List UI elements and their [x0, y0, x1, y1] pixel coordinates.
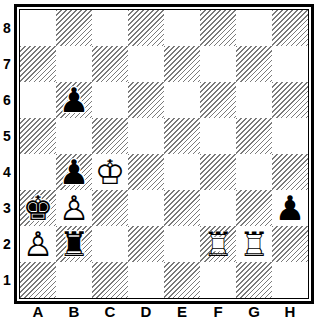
square-g8[interactable] [236, 10, 272, 46]
square-a5[interactable] [20, 118, 56, 154]
piece-black-pawn-b4: ♟♟ [56, 154, 92, 190]
square-b4[interactable]: ♟♟ [56, 154, 92, 190]
square-f7[interactable] [200, 46, 236, 82]
square-c4[interactable]: ♚♔ [92, 154, 128, 190]
piece-glyph-face: ♙ [56, 190, 92, 226]
rank-label-4: 4 [0, 154, 14, 190]
square-c2[interactable] [92, 226, 128, 262]
square-h8[interactable] [272, 10, 308, 46]
square-f2[interactable]: ♜♖ [200, 226, 236, 262]
square-g7[interactable] [236, 46, 272, 82]
square-a7[interactable] [20, 46, 56, 82]
square-g6[interactable] [236, 82, 272, 118]
square-e1[interactable] [164, 262, 200, 298]
file-label-h: H [272, 304, 308, 320]
rank-label-2: 2 [0, 226, 14, 262]
square-a2[interactable]: ♟♙ [20, 226, 56, 262]
square-b5[interactable] [56, 118, 92, 154]
square-d2[interactable] [128, 226, 164, 262]
board-inner-border: ♟♟♟♟♚♔♚♚♟♙♟♟♟♙♜♜♜♖♜♖ [19, 9, 309, 299]
square-c1[interactable] [92, 262, 128, 298]
file-label-c: C [92, 304, 128, 320]
square-b3[interactable]: ♟♙ [56, 190, 92, 226]
square-f1[interactable] [200, 262, 236, 298]
file-label-e: E [164, 304, 200, 320]
piece-black-pawn-b6: ♟♟ [56, 82, 92, 118]
square-c8[interactable] [92, 10, 128, 46]
piece-glyph-face: ♙ [20, 226, 56, 262]
chess-diagram: 87654321 ♟♟♟♟♚♔♚♚♟♙♟♟♟♙♜♜♜♖♜♖ ABCDEFGH [0, 0, 314, 320]
square-g5[interactable] [236, 118, 272, 154]
square-f8[interactable] [200, 10, 236, 46]
chess-board: ♟♟♟♟♚♔♚♚♟♙♟♟♟♙♜♜♜♖♜♖ [20, 10, 308, 298]
square-e2[interactable] [164, 226, 200, 262]
square-h7[interactable] [272, 46, 308, 82]
square-c3[interactable] [92, 190, 128, 226]
rank-labels: 87654321 [0, 4, 14, 298]
square-e4[interactable] [164, 154, 200, 190]
square-b1[interactable] [56, 262, 92, 298]
square-e3[interactable] [164, 190, 200, 226]
board-row: 87654321 ♟♟♟♟♚♔♚♚♟♙♟♟♟♙♜♜♜♖♜♖ [0, 4, 314, 304]
square-a3[interactable]: ♚♚ [20, 190, 56, 226]
square-c6[interactable] [92, 82, 128, 118]
square-h6[interactable] [272, 82, 308, 118]
square-e6[interactable] [164, 82, 200, 118]
piece-black-pawn-h3: ♟♟ [272, 190, 308, 226]
square-f5[interactable] [200, 118, 236, 154]
file-label-b: B [56, 304, 92, 320]
square-b7[interactable] [56, 46, 92, 82]
file-label-a: A [20, 304, 56, 320]
square-b2[interactable]: ♜♜ [56, 226, 92, 262]
piece-glyph-face: ♖ [200, 226, 236, 262]
piece-glyph-face: ♟ [272, 190, 308, 226]
piece-white-rook-f2: ♜♖ [200, 226, 236, 262]
square-h1[interactable] [272, 262, 308, 298]
square-d5[interactable] [128, 118, 164, 154]
square-a8[interactable] [20, 10, 56, 46]
square-c7[interactable] [92, 46, 128, 82]
piece-white-king-c4: ♚♔ [92, 154, 128, 190]
square-d4[interactable] [128, 154, 164, 190]
square-h5[interactable] [272, 118, 308, 154]
square-h4[interactable] [272, 154, 308, 190]
square-f6[interactable] [200, 82, 236, 118]
square-b6[interactable]: ♟♟ [56, 82, 92, 118]
square-f3[interactable] [200, 190, 236, 226]
file-labels: ABCDEFGH [20, 304, 314, 320]
rank-label-3: 3 [0, 190, 14, 226]
piece-white-pawn-b3: ♟♙ [56, 190, 92, 226]
square-h2[interactable] [272, 226, 308, 262]
square-d6[interactable] [128, 82, 164, 118]
square-g2[interactable]: ♜♖ [236, 226, 272, 262]
square-d8[interactable] [128, 10, 164, 46]
square-g3[interactable] [236, 190, 272, 226]
piece-white-rook-g2: ♜♖ [236, 226, 272, 262]
square-e5[interactable] [164, 118, 200, 154]
piece-glyph-face: ♟ [56, 82, 92, 118]
square-f4[interactable] [200, 154, 236, 190]
piece-glyph-face: ♜ [56, 226, 92, 262]
file-label-f: F [200, 304, 236, 320]
square-h3[interactable]: ♟♟ [272, 190, 308, 226]
piece-glyph-face: ♖ [236, 226, 272, 262]
piece-glyph-face: ♚ [20, 190, 56, 226]
square-d3[interactable] [128, 190, 164, 226]
square-d7[interactable] [128, 46, 164, 82]
rank-label-7: 7 [0, 46, 14, 82]
square-b8[interactable] [56, 10, 92, 46]
rank-label-8: 8 [0, 10, 14, 46]
square-g1[interactable] [236, 262, 272, 298]
square-g4[interactable] [236, 154, 272, 190]
piece-black-rook-b2: ♜♜ [56, 226, 92, 262]
square-e7[interactable] [164, 46, 200, 82]
file-label-g: G [236, 304, 272, 320]
file-label-d: D [128, 304, 164, 320]
piece-white-pawn-a2: ♟♙ [20, 226, 56, 262]
rank-label-6: 6 [0, 82, 14, 118]
piece-glyph-face: ♔ [92, 154, 128, 190]
rank-label-5: 5 [0, 118, 14, 154]
square-a1[interactable] [20, 262, 56, 298]
square-d1[interactable] [128, 262, 164, 298]
board-frame: ♟♟♟♟♚♔♚♚♟♙♟♟♟♙♜♜♜♖♜♖ [14, 4, 314, 304]
square-e8[interactable] [164, 10, 200, 46]
square-a6[interactable] [20, 82, 56, 118]
square-a4[interactable] [20, 154, 56, 190]
piece-black-king-a3: ♚♚ [20, 190, 56, 226]
piece-glyph-face: ♟ [56, 154, 92, 190]
rank-label-1: 1 [0, 262, 14, 298]
square-c5[interactable] [92, 118, 128, 154]
